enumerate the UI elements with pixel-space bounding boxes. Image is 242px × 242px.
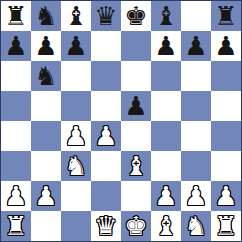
square-a2[interactable]: ♟ xyxy=(1,181,31,211)
chess-board: ♜♞♝♛♚♝♜♟♟♟♟♟♟♞♟♟♟♞♝♟♟♟♟♟♜♛♚♝♞♜ xyxy=(0,0,242,242)
white-pawn-piece[interactable]: ♟ xyxy=(154,181,177,211)
square-a7[interactable]: ♟ xyxy=(1,31,31,61)
square-b4[interactable] xyxy=(31,121,61,151)
square-f1[interactable]: ♝ xyxy=(151,211,181,241)
white-knight-piece[interactable]: ♞ xyxy=(64,151,87,181)
square-f3[interactable] xyxy=(151,151,181,181)
white-pawn-piece[interactable]: ♟ xyxy=(64,121,87,151)
square-b6[interactable]: ♞ xyxy=(31,61,61,91)
white-rook-piece[interactable]: ♜ xyxy=(4,211,27,241)
black-rook-piece[interactable]: ♜ xyxy=(4,1,27,31)
square-a1[interactable]: ♜ xyxy=(1,211,31,241)
black-rook-piece[interactable]: ♜ xyxy=(214,1,237,31)
black-pawn-piece[interactable]: ♟ xyxy=(154,31,177,61)
white-pawn-piece[interactable]: ♟ xyxy=(184,181,207,211)
square-e3[interactable]: ♝ xyxy=(121,151,151,181)
square-d8[interactable]: ♛ xyxy=(91,1,121,31)
square-e5[interactable]: ♟ xyxy=(121,91,151,121)
square-c7[interactable]: ♟ xyxy=(61,31,91,61)
square-h3[interactable] xyxy=(211,151,241,181)
square-f6[interactable] xyxy=(151,61,181,91)
square-c2[interactable] xyxy=(61,181,91,211)
square-d5[interactable] xyxy=(91,91,121,121)
square-g8[interactable] xyxy=(181,1,211,31)
white-king-piece[interactable]: ♚ xyxy=(124,211,147,241)
square-d2[interactable] xyxy=(91,181,121,211)
square-g1[interactable]: ♞ xyxy=(181,211,211,241)
square-e7[interactable] xyxy=(121,31,151,61)
white-rook-piece[interactable]: ♜ xyxy=(214,211,237,241)
square-h8[interactable]: ♜ xyxy=(211,1,241,31)
square-g4[interactable] xyxy=(181,121,211,151)
square-b1[interactable] xyxy=(31,211,61,241)
black-knight-piece[interactable]: ♞ xyxy=(34,1,57,31)
white-bishop-piece[interactable]: ♝ xyxy=(124,151,147,181)
square-b7[interactable]: ♟ xyxy=(31,31,61,61)
square-e6[interactable] xyxy=(121,61,151,91)
square-e4[interactable] xyxy=(121,121,151,151)
square-g2[interactable]: ♟ xyxy=(181,181,211,211)
square-b2[interactable]: ♟ xyxy=(31,181,61,211)
square-e1[interactable]: ♚ xyxy=(121,211,151,241)
square-a4[interactable] xyxy=(1,121,31,151)
square-g3[interactable] xyxy=(181,151,211,181)
square-f8[interactable]: ♝ xyxy=(151,1,181,31)
square-h7[interactable]: ♟ xyxy=(211,31,241,61)
square-h2[interactable]: ♟ xyxy=(211,181,241,211)
square-f2[interactable]: ♟ xyxy=(151,181,181,211)
square-d6[interactable] xyxy=(91,61,121,91)
square-f7[interactable]: ♟ xyxy=(151,31,181,61)
white-pawn-piece[interactable]: ♟ xyxy=(34,181,57,211)
square-a5[interactable] xyxy=(1,91,31,121)
white-pawn-piece[interactable]: ♟ xyxy=(214,181,237,211)
black-knight-piece[interactable]: ♞ xyxy=(34,61,57,91)
black-pawn-piece[interactable]: ♟ xyxy=(34,31,57,61)
square-h6[interactable] xyxy=(211,61,241,91)
square-h5[interactable] xyxy=(211,91,241,121)
black-king-piece[interactable]: ♚ xyxy=(124,1,147,31)
chess-board-container: ♜♞♝♛♚♝♜♟♟♟♟♟♟♞♟♟♟♞♝♟♟♟♟♟♜♛♚♝♞♜ xyxy=(0,0,242,242)
square-c6[interactable] xyxy=(61,61,91,91)
black-pawn-piece[interactable]: ♟ xyxy=(4,31,27,61)
black-pawn-piece[interactable]: ♟ xyxy=(214,31,237,61)
white-knight-piece[interactable]: ♞ xyxy=(184,211,207,241)
white-pawn-piece[interactable]: ♟ xyxy=(94,121,117,151)
square-d3[interactable] xyxy=(91,151,121,181)
square-b3[interactable] xyxy=(31,151,61,181)
black-pawn-piece[interactable]: ♟ xyxy=(184,31,207,61)
square-g5[interactable] xyxy=(181,91,211,121)
black-pawn-piece[interactable]: ♟ xyxy=(64,31,87,61)
square-c5[interactable] xyxy=(61,91,91,121)
square-d1[interactable]: ♛ xyxy=(91,211,121,241)
white-bishop-piece[interactable]: ♝ xyxy=(154,211,177,241)
square-h1[interactable]: ♜ xyxy=(211,211,241,241)
black-pawn-piece[interactable]: ♟ xyxy=(124,91,147,121)
square-b5[interactable] xyxy=(31,91,61,121)
square-a8[interactable]: ♜ xyxy=(1,1,31,31)
square-f5[interactable] xyxy=(151,91,181,121)
square-a6[interactable] xyxy=(1,61,31,91)
black-bishop-piece[interactable]: ♝ xyxy=(64,1,87,31)
square-c4[interactable]: ♟ xyxy=(61,121,91,151)
square-d7[interactable] xyxy=(91,31,121,61)
square-h4[interactable] xyxy=(211,121,241,151)
black-bishop-piece[interactable]: ♝ xyxy=(154,1,177,31)
square-g6[interactable] xyxy=(181,61,211,91)
square-c8[interactable]: ♝ xyxy=(61,1,91,31)
square-e8[interactable]: ♚ xyxy=(121,1,151,31)
square-e2[interactable] xyxy=(121,181,151,211)
square-f4[interactable] xyxy=(151,121,181,151)
square-a3[interactable] xyxy=(1,151,31,181)
square-g7[interactable]: ♟ xyxy=(181,31,211,61)
square-c1[interactable] xyxy=(61,211,91,241)
black-queen-piece[interactable]: ♛ xyxy=(94,1,117,31)
white-pawn-piece[interactable]: ♟ xyxy=(4,181,27,211)
square-c3[interactable]: ♞ xyxy=(61,151,91,181)
square-d4[interactable]: ♟ xyxy=(91,121,121,151)
white-queen-piece[interactable]: ♛ xyxy=(94,211,117,241)
square-b8[interactable]: ♞ xyxy=(31,1,61,31)
